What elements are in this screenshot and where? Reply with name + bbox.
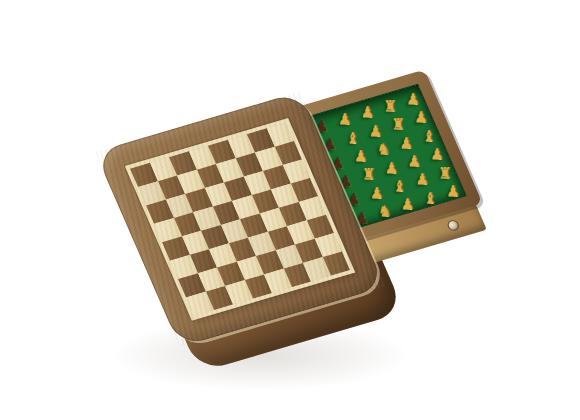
tray-piece-light: ♟: [354, 149, 367, 164]
tray-piece-light: ♟: [408, 154, 421, 169]
tray-piece-light: ♟: [338, 112, 351, 127]
tray-piece-light: ♞: [377, 142, 390, 157]
tray-piece-light: ♜: [362, 167, 375, 182]
chess-board: [130, 123, 350, 316]
tray-piece-light: ♜: [384, 99, 397, 114]
chess-box: ♟♟♟♜♟♟♝♟♜♟♟♟♞♟♝♟♜♟♟♟♟♟♝♟♜♟♞♟♝♟: [95, 152, 96, 153]
tray-piece-light: ♝: [346, 130, 359, 145]
tray-piece-light: ♜: [439, 166, 452, 181]
tray-piece-light: ♝: [424, 191, 437, 206]
tray-piece-light: ♞: [378, 204, 391, 219]
brass-screw-icon: [446, 219, 461, 232]
tray-piece-light: ♟: [415, 110, 428, 125]
tray-piece-light: ♟: [447, 184, 460, 199]
tray-piece-light: ♟: [369, 124, 382, 139]
tray-piece-light: ♟: [400, 135, 413, 150]
board-inlay-border: [125, 118, 356, 321]
product-photo-scene: ♟♟♟♜♟♟♝♟♜♟♟♟♞♟♝♟♜♟♟♟♟♟♝♟♜♟♞♟♝♟: [0, 0, 580, 420]
tray-piece-light: ♝: [423, 129, 436, 144]
tray-piece-light: ♟: [370, 186, 383, 201]
tray-piece-light: ♟: [416, 172, 429, 187]
tray-piece-light: ♟: [385, 161, 398, 176]
tray-piece-light: ♝: [393, 179, 406, 194]
tray-piece-light: ♟: [361, 105, 374, 120]
tray-piece-light: ♟: [407, 92, 420, 107]
tray-piece-light: ♜: [392, 117, 405, 132]
tray-piece-light: ♟: [431, 147, 444, 162]
tray-piece-light: ♟: [401, 197, 414, 212]
